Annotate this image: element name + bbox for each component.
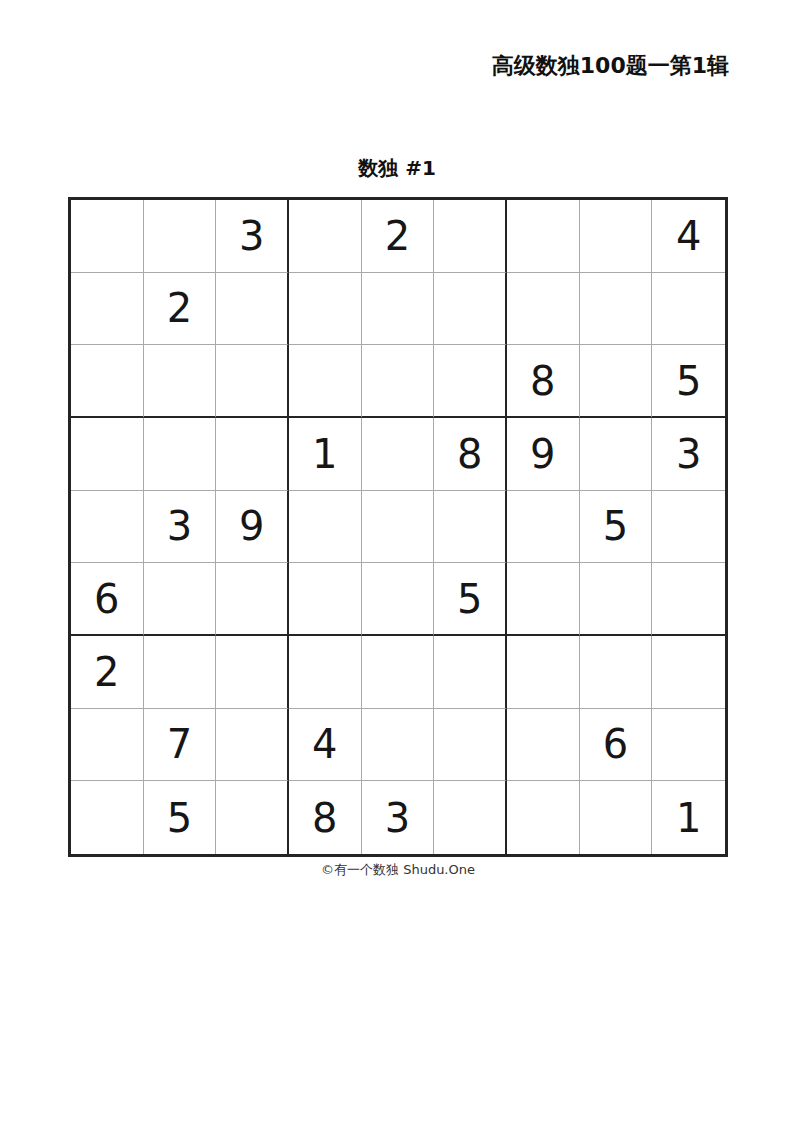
sudoku-cell-r6c7[interactable] bbox=[507, 563, 580, 636]
sudoku-cell-r3c6[interactable] bbox=[434, 345, 507, 418]
sudoku-cell-r5c6[interactable] bbox=[434, 491, 507, 564]
sudoku-cell-r7c5[interactable] bbox=[362, 636, 435, 709]
sudoku-cell-r9c9[interactable]: 1 bbox=[652, 781, 725, 854]
sudoku-cell-r7c1[interactable]: 2 bbox=[71, 636, 144, 709]
sudoku-cell-r4c4[interactable]: 1 bbox=[289, 418, 362, 491]
sudoku-cell-r4c3[interactable] bbox=[216, 418, 289, 491]
sudoku-cell-r8c4[interactable]: 4 bbox=[289, 709, 362, 782]
sudoku-cell-r1c2[interactable] bbox=[144, 200, 217, 273]
sudoku-cell-r8c3[interactable] bbox=[216, 709, 289, 782]
sudoku-cell-r7c6[interactable] bbox=[434, 636, 507, 709]
sudoku-cell-r2c7[interactable] bbox=[507, 273, 580, 346]
sudoku-cell-r5c4[interactable] bbox=[289, 491, 362, 564]
sudoku-cell-r6c4[interactable] bbox=[289, 563, 362, 636]
sudoku-cell-r4c1[interactable] bbox=[71, 418, 144, 491]
sudoku-cell-r4c8[interactable] bbox=[580, 418, 653, 491]
sudoku-cell-r3c3[interactable] bbox=[216, 345, 289, 418]
sudoku-cell-r8c5[interactable] bbox=[362, 709, 435, 782]
sudoku-cell-r7c3[interactable] bbox=[216, 636, 289, 709]
footer-credit: ©有一个数独 Shudu.One bbox=[68, 861, 728, 879]
sudoku-cell-r7c2[interactable] bbox=[144, 636, 217, 709]
sudoku-cell-r1c1[interactable] bbox=[71, 200, 144, 273]
sudoku-cell-r2c5[interactable] bbox=[362, 273, 435, 346]
sudoku-cell-r8c8[interactable]: 6 bbox=[580, 709, 653, 782]
sudoku-cell-r8c2[interactable]: 7 bbox=[144, 709, 217, 782]
sudoku-cell-r6c9[interactable] bbox=[652, 563, 725, 636]
sudoku-cell-r2c8[interactable] bbox=[580, 273, 653, 346]
sudoku-cell-r4c5[interactable] bbox=[362, 418, 435, 491]
sudoku-cell-r4c9[interactable]: 3 bbox=[652, 418, 725, 491]
sudoku-cell-r9c7[interactable] bbox=[507, 781, 580, 854]
sudoku-cell-r7c7[interactable] bbox=[507, 636, 580, 709]
sudoku-cell-r9c4[interactable]: 8 bbox=[289, 781, 362, 854]
sudoku-cell-r5c9[interactable] bbox=[652, 491, 725, 564]
sudoku-cell-r1c9[interactable]: 4 bbox=[652, 200, 725, 273]
sudoku-cell-r3c7[interactable]: 8 bbox=[507, 345, 580, 418]
sudoku-cell-r9c5[interactable]: 3 bbox=[362, 781, 435, 854]
sudoku-cell-r1c8[interactable] bbox=[580, 200, 653, 273]
sudoku-cell-r7c4[interactable] bbox=[289, 636, 362, 709]
sudoku-cell-r2c3[interactable] bbox=[216, 273, 289, 346]
sudoku-cell-r3c8[interactable] bbox=[580, 345, 653, 418]
sudoku-cell-r8c6[interactable] bbox=[434, 709, 507, 782]
sudoku-cell-r1c7[interactable] bbox=[507, 200, 580, 273]
sudoku-cell-r2c9[interactable] bbox=[652, 273, 725, 346]
page-header: 高级数独100题一第1辑 bbox=[0, 52, 729, 80]
booklet-title: 高级数独100题一第1辑 bbox=[492, 53, 729, 78]
sudoku-cell-r9c8[interactable] bbox=[580, 781, 653, 854]
sudoku-cell-r9c2[interactable]: 5 bbox=[144, 781, 217, 854]
sudoku-cell-r3c5[interactable] bbox=[362, 345, 435, 418]
sudoku-cell-r6c1[interactable]: 6 bbox=[71, 563, 144, 636]
sudoku-cell-r7c9[interactable] bbox=[652, 636, 725, 709]
sudoku-cell-r7c8[interactable] bbox=[580, 636, 653, 709]
sudoku-cell-r6c2[interactable] bbox=[144, 563, 217, 636]
sudoku-cell-r5c1[interactable] bbox=[71, 491, 144, 564]
sudoku-cell-r8c1[interactable] bbox=[71, 709, 144, 782]
sudoku-board: 32428518933956527465831 bbox=[68, 197, 728, 857]
sudoku-cell-r4c7[interactable]: 9 bbox=[507, 418, 580, 491]
sudoku-cell-r2c6[interactable] bbox=[434, 273, 507, 346]
page: 高级数独100题一第1辑 数独 #1 324285189339565274658… bbox=[0, 0, 794, 1122]
sudoku-cell-r6c5[interactable] bbox=[362, 563, 435, 636]
sudoku-cell-r5c5[interactable] bbox=[362, 491, 435, 564]
sudoku-cell-r9c3[interactable] bbox=[216, 781, 289, 854]
sudoku-cell-r6c6[interactable]: 5 bbox=[434, 563, 507, 636]
sudoku-cell-r5c2[interactable]: 3 bbox=[144, 491, 217, 564]
sudoku-cell-r3c4[interactable] bbox=[289, 345, 362, 418]
sudoku-cell-r4c2[interactable] bbox=[144, 418, 217, 491]
sudoku-cell-r1c6[interactable] bbox=[434, 200, 507, 273]
sudoku-cell-r4c6[interactable]: 8 bbox=[434, 418, 507, 491]
sudoku-cell-r9c6[interactable] bbox=[434, 781, 507, 854]
puzzle-title: 数独 #1 bbox=[0, 155, 794, 181]
sudoku-cell-r2c1[interactable] bbox=[71, 273, 144, 346]
sudoku-cell-r9c1[interactable] bbox=[71, 781, 144, 854]
sudoku-cell-r1c4[interactable] bbox=[289, 200, 362, 273]
sudoku-cell-r1c5[interactable]: 2 bbox=[362, 200, 435, 273]
sudoku-cell-r5c3[interactable]: 9 bbox=[216, 491, 289, 564]
sudoku-cell-r3c9[interactable]: 5 bbox=[652, 345, 725, 418]
sudoku-cell-r2c2[interactable]: 2 bbox=[144, 273, 217, 346]
sudoku-cell-r2c4[interactable] bbox=[289, 273, 362, 346]
sudoku-cell-r3c1[interactable] bbox=[71, 345, 144, 418]
sudoku-cell-r1c3[interactable]: 3 bbox=[216, 200, 289, 273]
sudoku-cell-r5c8[interactable]: 5 bbox=[580, 491, 653, 564]
sudoku-cell-r8c9[interactable] bbox=[652, 709, 725, 782]
sudoku-cell-r3c2[interactable] bbox=[144, 345, 217, 418]
sudoku-cell-r6c8[interactable] bbox=[580, 563, 653, 636]
sudoku-cell-r6c3[interactable] bbox=[216, 563, 289, 636]
sudoku-cell-r8c7[interactable] bbox=[507, 709, 580, 782]
sudoku-cell-r5c7[interactable] bbox=[507, 491, 580, 564]
